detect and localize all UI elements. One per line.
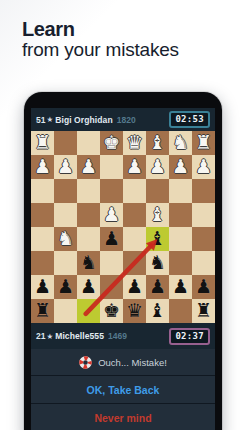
square-h7[interactable]: ♟ [31,275,54,299]
square-b2[interactable]: ♟ [169,155,192,179]
heading-line-2: from your mistakes [22,40,179,60]
square-e7[interactable] [100,275,123,299]
square-a5[interactable] [192,227,215,251]
opponent-rating: 1820 [117,115,136,125]
phone-mockup: 51 ★ Bigi Orghidan 1820 02:53 ♜♚♛♝♞♜♟♟♟♟… [24,92,222,430]
chess-board: ♜♚♛♝♞♜♟♟♟♟♟♟♟♟♝♞♟♝♞♞♟♟♟♟♟♟♟♜♚♛♝♜ [31,131,215,323]
mistake-dialog: Ouch... Mistake! OK, Take Back Never min… [31,349,215,430]
black-bishop: ♝ [146,227,169,251]
square-b1[interactable]: ♞ [169,131,192,155]
square-f3[interactable] [77,179,100,203]
square-f1[interactable] [77,131,100,155]
square-c6[interactable]: ♞ [146,251,169,275]
square-c2[interactable]: ♟ [146,155,169,179]
black-pawn: ♟ [31,275,54,299]
square-a3[interactable] [192,179,215,203]
star-icon: ★ [46,332,53,341]
promo-heading: Learn from your mistakes [22,19,179,60]
square-b5[interactable] [169,227,192,251]
square-e5[interactable]: ♟ [100,227,123,251]
black-king: ♚ [100,299,123,323]
black-pawn: ♟ [146,275,169,299]
square-a6[interactable] [192,251,215,275]
square-e1[interactable]: ♚ [100,131,123,155]
square-h8[interactable]: ♜ [31,299,54,323]
square-a7[interactable]: ♟ [192,275,215,299]
square-g4[interactable] [54,203,77,227]
square-b7[interactable]: ♟ [169,275,192,299]
square-c1[interactable]: ♝ [146,131,169,155]
square-d3[interactable] [123,179,146,203]
white-pawn: ♟ [146,155,169,179]
white-bishop: ♝ [146,131,169,155]
square-g2[interactable]: ♟ [54,155,77,179]
square-e4[interactable]: ♟ [100,203,123,227]
star-icon: ★ [46,115,53,124]
white-pawn: ♟ [100,203,123,227]
black-knight: ♞ [77,251,100,275]
square-h4[interactable] [31,203,54,227]
black-pawn: ♟ [169,275,192,299]
square-c4[interactable]: ♝ [146,203,169,227]
square-e8[interactable]: ♚ [100,299,123,323]
promo-screenshot: Learn from your mistakes 51 ★ Bigi Orghi… [0,0,241,430]
opponent-player-bar: 51 ★ Bigi Orghidan 1820 02:53 [31,108,215,131]
square-g6[interactable] [54,251,77,275]
black-pawn: ♟ [192,275,215,299]
square-a2[interactable]: ♟ [192,155,215,179]
opponent-clock: 02:53 [169,111,210,128]
square-d6[interactable] [123,251,146,275]
square-f5[interactable] [77,227,100,251]
square-g1[interactable] [54,131,77,155]
square-g8[interactable] [54,299,77,323]
square-h3[interactable] [31,179,54,203]
square-d2[interactable]: ♟ [123,155,146,179]
square-d7[interactable]: ♟ [123,275,146,299]
square-h1[interactable]: ♜ [31,131,54,155]
square-h2[interactable]: ♟ [31,155,54,179]
black-knight: ♞ [146,251,169,275]
square-d8[interactable]: ♛ [123,299,146,323]
black-pawn: ♟ [54,275,77,299]
square-c7[interactable]: ♟ [146,275,169,299]
white-pawn: ♟ [169,155,192,179]
white-rook: ♜ [192,131,215,155]
white-queen: ♛ [123,131,146,155]
square-d1[interactable]: ♛ [123,131,146,155]
never-mind-button[interactable]: Never mind [31,404,215,430]
square-f8[interactable] [77,299,100,323]
white-knight: ♞ [54,227,77,251]
square-a4[interactable] [192,203,215,227]
square-f6[interactable]: ♞ [77,251,100,275]
square-a8[interactable]: ♜ [192,299,215,323]
local-player-bar: 21 ★ Michelle555 1469 02:37 [31,323,215,349]
black-rook: ♜ [31,299,54,323]
square-e2[interactable] [100,155,123,179]
lifebuoy-icon [79,356,92,369]
black-bishop: ♝ [146,299,169,323]
white-pawn: ♟ [54,155,77,179]
square-f4[interactable] [77,203,100,227]
square-h6[interactable] [31,251,54,275]
white-pawn: ♟ [77,155,100,179]
local-clock: 02:37 [169,328,210,345]
mistake-message-row: Ouch... Mistake! [31,349,215,376]
square-c5[interactable]: ♝ [146,227,169,251]
take-back-button[interactable]: OK, Take Back [31,376,215,404]
square-e3[interactable] [100,179,123,203]
square-g5[interactable]: ♞ [54,227,77,251]
square-c3[interactable] [146,179,169,203]
square-b6[interactable] [169,251,192,275]
white-pawn: ♟ [192,155,215,179]
square-g7[interactable]: ♟ [54,275,77,299]
white-pawn: ♟ [123,155,146,179]
opponent-badge: 51 [36,115,45,125]
square-b3[interactable] [169,179,192,203]
local-rating: 1469 [108,331,127,341]
square-g3[interactable] [54,179,77,203]
heading-line-1: Learn [22,19,179,40]
black-queen: ♛ [123,299,146,323]
local-badge: 21 [36,331,45,341]
white-king: ♚ [100,131,123,155]
square-a1[interactable]: ♜ [192,131,215,155]
square-b8[interactable] [169,299,192,323]
white-rook: ♜ [31,131,54,155]
white-pawn: ♟ [31,155,54,179]
square-b4[interactable] [169,203,192,227]
square-f7[interactable]: ♟ [77,275,100,299]
opponent-name: Bigi Orghidan [55,115,113,125]
black-pawn: ♟ [100,227,123,251]
app-screen: 51 ★ Bigi Orghidan 1820 02:53 ♜♚♛♝♞♜♟♟♟♟… [31,108,215,430]
white-bishop: ♝ [146,203,169,227]
local-name: Michelle555 [55,331,104,341]
black-pawn: ♟ [123,275,146,299]
square-h5[interactable] [31,227,54,251]
square-c8[interactable]: ♝ [146,299,169,323]
black-rook: ♜ [192,299,215,323]
square-d4[interactable] [123,203,146,227]
square-e6[interactable] [100,251,123,275]
chess-board-grid: ♜♚♛♝♞♜♟♟♟♟♟♟♟♟♝♞♟♝♞♞♟♟♟♟♟♟♟♜♚♛♝♜ [31,131,215,323]
white-knight: ♞ [169,131,192,155]
square-d5[interactable] [123,227,146,251]
black-pawn: ♟ [77,275,100,299]
square-f2[interactable]: ♟ [77,155,100,179]
mistake-message: Ouch... Mistake! [98,357,167,368]
